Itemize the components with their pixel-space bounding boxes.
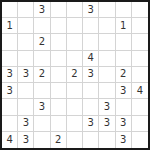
clue-cell-r9c4: 2 xyxy=(51,132,67,148)
cell-r4c9[interactable] xyxy=(132,51,148,67)
cell-r3c9[interactable] xyxy=(132,34,148,50)
cell-r3c7[interactable] xyxy=(99,34,115,50)
cell-r2c2[interactable] xyxy=(18,18,34,34)
clue-cell-r4c6: 4 xyxy=(83,51,99,67)
cell-r6c4[interactable] xyxy=(51,83,67,99)
cell-r6c2[interactable] xyxy=(18,83,34,99)
cell-r7c9[interactable] xyxy=(132,99,148,115)
clue-cell-r8c8: 3 xyxy=(116,116,132,132)
cell-r3c4[interactable] xyxy=(51,34,67,50)
clue-cell-r2c1: 1 xyxy=(2,18,18,34)
cell-r7c5[interactable] xyxy=(67,99,83,115)
clue-cell-r9c8: 3 xyxy=(116,132,132,148)
cell-r7c6[interactable] xyxy=(83,99,99,115)
cell-r8c9[interactable] xyxy=(132,116,148,132)
clue-cell-r5c1: 3 xyxy=(2,67,18,83)
cell-r9c6[interactable] xyxy=(83,132,99,148)
cell-r4c3[interactable] xyxy=(34,51,50,67)
cell-r3c8[interactable] xyxy=(116,34,132,50)
cell-r6c5[interactable] xyxy=(67,83,83,99)
cell-r2c3[interactable] xyxy=(34,18,50,34)
clue-cell-r2c8: 1 xyxy=(116,18,132,34)
clue-cell-r8c6: 3 xyxy=(83,116,99,132)
clue-cell-r1c6: 3 xyxy=(83,2,99,18)
cell-r4c8[interactable] xyxy=(116,51,132,67)
cell-r3c2[interactable] xyxy=(18,34,34,50)
cell-r8c3[interactable] xyxy=(34,116,50,132)
cell-r1c1[interactable] xyxy=(2,2,18,18)
cell-r6c3[interactable] xyxy=(34,83,50,99)
cell-r2c7[interactable] xyxy=(99,18,115,34)
clue-cell-r6c1: 3 xyxy=(2,83,18,99)
cell-r8c1[interactable] xyxy=(2,116,18,132)
clue-cell-r3c3: 2 xyxy=(34,34,50,50)
cell-r7c8[interactable] xyxy=(116,99,132,115)
clue-cell-r5c2: 3 xyxy=(18,67,34,83)
cell-r7c1[interactable] xyxy=(2,99,18,115)
clue-cell-r5c6: 3 xyxy=(83,67,99,83)
minesweeper-board: 3311243322323343333334323 xyxy=(0,0,150,150)
cell-r6c7[interactable] xyxy=(99,83,115,99)
cell-r1c5[interactable] xyxy=(67,2,83,18)
cell-r3c5[interactable] xyxy=(67,34,83,50)
cell-r3c1[interactable] xyxy=(2,34,18,50)
clue-cell-r5c3: 2 xyxy=(34,67,50,83)
cell-r2c9[interactable] xyxy=(132,18,148,34)
clue-cell-r5c8: 2 xyxy=(116,67,132,83)
cell-r9c3[interactable] xyxy=(34,132,50,148)
clue-cell-r5c5: 2 xyxy=(67,67,83,83)
cell-r6c6[interactable] xyxy=(83,83,99,99)
cell-r9c5[interactable] xyxy=(67,132,83,148)
cell-r2c6[interactable] xyxy=(83,18,99,34)
clue-cell-r7c7: 3 xyxy=(99,99,115,115)
clue-cell-r9c2: 3 xyxy=(18,132,34,148)
cell-r7c2[interactable] xyxy=(18,99,34,115)
clue-cell-r1c3: 3 xyxy=(34,2,50,18)
cell-r9c9[interactable] xyxy=(132,132,148,148)
cell-r2c5[interactable] xyxy=(67,18,83,34)
clue-cell-r8c7: 3 xyxy=(99,116,115,132)
cell-r8c5[interactable] xyxy=(67,116,83,132)
cell-r1c7[interactable] xyxy=(99,2,115,18)
clue-cell-r7c3: 3 xyxy=(34,99,50,115)
cell-r1c2[interactable] xyxy=(18,2,34,18)
cell-r4c4[interactable] xyxy=(51,51,67,67)
clue-cell-r9c1: 4 xyxy=(2,132,18,148)
cell-r7c4[interactable] xyxy=(51,99,67,115)
cell-r1c8[interactable] xyxy=(116,2,132,18)
cell-r5c9[interactable] xyxy=(132,67,148,83)
clue-cell-r6c8: 3 xyxy=(116,83,132,99)
cell-r8c4[interactable] xyxy=(51,116,67,132)
clue-cell-r8c2: 3 xyxy=(18,116,34,132)
clue-cell-r6c9: 4 xyxy=(132,83,148,99)
cell-r5c7[interactable] xyxy=(99,67,115,83)
cell-r5c4[interactable] xyxy=(51,67,67,83)
cell-r1c4[interactable] xyxy=(51,2,67,18)
cell-r2c4[interactable] xyxy=(51,18,67,34)
cell-r4c2[interactable] xyxy=(18,51,34,67)
cell-r9c7[interactable] xyxy=(99,132,115,148)
cell-r4c5[interactable] xyxy=(67,51,83,67)
cell-r1c9[interactable] xyxy=(132,2,148,18)
cell-r4c1[interactable] xyxy=(2,51,18,67)
cell-r4c7[interactable] xyxy=(99,51,115,67)
cell-r3c6[interactable] xyxy=(83,34,99,50)
